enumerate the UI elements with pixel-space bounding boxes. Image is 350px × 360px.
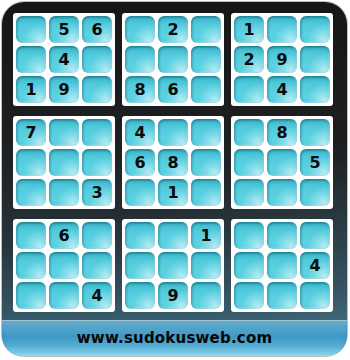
cell-r6c7[interactable] [234, 179, 264, 206]
cell-r7c8[interactable] [267, 222, 297, 249]
cell-r7c9[interactable] [300, 222, 330, 249]
cell-r9c5[interactable]: 9 [158, 282, 188, 309]
cell-r4c5[interactable] [158, 119, 188, 146]
cell-r3c5[interactable]: 6 [158, 76, 188, 103]
cell-r8c5[interactable] [158, 252, 188, 279]
cell-r1c2[interactable]: 5 [49, 16, 79, 43]
cell-r8c3[interactable] [82, 252, 112, 279]
cell-r7c5[interactable] [158, 222, 188, 249]
cell-r4c6[interactable] [191, 119, 221, 146]
cell-r3c7[interactable] [234, 76, 264, 103]
cell-r3c3[interactable] [82, 76, 112, 103]
cell-r7c6[interactable]: 1 [191, 222, 221, 249]
cell-r8c7[interactable] [234, 252, 264, 279]
sudokusweb-link[interactable]: www.sudokusweb.com [77, 329, 272, 347]
cell-r7c7[interactable] [234, 222, 264, 249]
cell-r6c2[interactable] [49, 179, 79, 206]
cell-r6c4[interactable] [125, 179, 155, 206]
cell-r9c6[interactable] [191, 282, 221, 309]
cell-r1c6[interactable] [191, 16, 221, 43]
cell-r6c3[interactable]: 3 [82, 179, 112, 206]
cell-r1c7[interactable]: 1 [234, 16, 264, 43]
cell-r2c2[interactable]: 4 [49, 46, 79, 73]
cell-r8c9[interactable]: 4 [300, 252, 330, 279]
cell-r8c6[interactable] [191, 252, 221, 279]
cell-r2c4[interactable] [125, 46, 155, 73]
cell-r7c2[interactable]: 6 [49, 222, 79, 249]
cell-r7c3[interactable] [82, 222, 112, 249]
cell-r6c1[interactable] [16, 179, 46, 206]
cell-r2c3[interactable] [82, 46, 112, 73]
sudoku-grid: 5641928612947346818564194 [13, 13, 333, 312]
cell-r2c1[interactable] [16, 46, 46, 73]
cell-r2c9[interactable] [300, 46, 330, 73]
cell-r7c4[interactable] [125, 222, 155, 249]
cell-r9c3[interactable]: 4 [82, 282, 112, 309]
footer-banner: www.sudokusweb.com [2, 320, 347, 356]
cell-r1c8[interactable] [267, 16, 297, 43]
cell-r1c5[interactable]: 2 [158, 16, 188, 43]
cell-r3c8[interactable]: 4 [267, 76, 297, 103]
cell-r2c6[interactable] [191, 46, 221, 73]
cell-r3c6[interactable] [191, 76, 221, 103]
cell-r1c3[interactable]: 6 [82, 16, 112, 43]
cell-r6c5[interactable]: 1 [158, 179, 188, 206]
cell-r4c1[interactable]: 7 [16, 119, 46, 146]
block-2-2: 4 [231, 219, 333, 312]
block-2-0: 64 [13, 219, 115, 312]
cell-r6c8[interactable] [267, 179, 297, 206]
cell-r8c2[interactable] [49, 252, 79, 279]
cell-r2c5[interactable] [158, 46, 188, 73]
cell-r6c6[interactable] [191, 179, 221, 206]
cell-r2c7[interactable]: 2 [234, 46, 264, 73]
block-0-0: 56419 [13, 13, 115, 106]
cell-r9c4[interactable] [125, 282, 155, 309]
cell-r4c8[interactable]: 8 [267, 119, 297, 146]
cell-r4c7[interactable] [234, 119, 264, 146]
block-0-2: 1294 [231, 13, 333, 106]
cell-r9c2[interactable] [49, 282, 79, 309]
cell-r6c9[interactable] [300, 179, 330, 206]
cell-r5c9[interactable]: 5 [300, 149, 330, 176]
block-2-1: 19 [122, 219, 224, 312]
page: 5641928612947346818564194 www.sudokusweb… [0, 0, 350, 360]
cell-r8c1[interactable] [16, 252, 46, 279]
cell-r9c7[interactable] [234, 282, 264, 309]
sudoku-board: 5641928612947346818564194 www.sudokusweb… [2, 2, 347, 356]
block-0-1: 286 [122, 13, 224, 106]
cell-r4c3[interactable] [82, 119, 112, 146]
block-1-2: 85 [231, 116, 333, 209]
cell-r5c8[interactable] [267, 149, 297, 176]
cell-r5c2[interactable] [49, 149, 79, 176]
cell-r3c4[interactable]: 8 [125, 76, 155, 103]
cell-r9c8[interactable] [267, 282, 297, 309]
cell-r5c3[interactable] [82, 149, 112, 176]
cell-r5c1[interactable] [16, 149, 46, 176]
cell-r1c4[interactable] [125, 16, 155, 43]
cell-r5c6[interactable] [191, 149, 221, 176]
cell-r3c9[interactable] [300, 76, 330, 103]
cell-r3c1[interactable]: 1 [16, 76, 46, 103]
cell-r7c1[interactable] [16, 222, 46, 249]
cell-r8c4[interactable] [125, 252, 155, 279]
cell-r5c7[interactable] [234, 149, 264, 176]
cell-r4c9[interactable] [300, 119, 330, 146]
cell-r5c4[interactable]: 6 [125, 149, 155, 176]
cell-r1c1[interactable] [16, 16, 46, 43]
cell-r9c9[interactable] [300, 282, 330, 309]
cell-r2c8[interactable]: 9 [267, 46, 297, 73]
cell-r3c2[interactable]: 9 [49, 76, 79, 103]
cell-r5c5[interactable]: 8 [158, 149, 188, 176]
block-1-1: 4681 [122, 116, 224, 209]
block-1-0: 73 [13, 116, 115, 209]
cell-r8c8[interactable] [267, 252, 297, 279]
cell-r9c1[interactable] [16, 282, 46, 309]
cell-r4c2[interactable] [49, 119, 79, 146]
cell-r1c9[interactable] [300, 16, 330, 43]
cell-r4c4[interactable]: 4 [125, 119, 155, 146]
